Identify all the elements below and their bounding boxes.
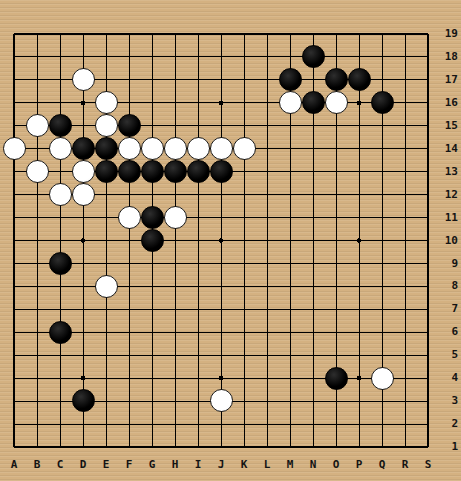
black-stone-J13[interactable] (210, 160, 233, 183)
column-label-P: P (349, 458, 369, 472)
white-stone-D12[interactable] (72, 183, 95, 206)
column-label-C: C (50, 458, 70, 472)
black-stone-F15[interactable] (118, 114, 141, 137)
row-label-11: 11 (436, 211, 458, 225)
column-label-G: G (142, 458, 162, 472)
white-stone-C14[interactable] (49, 137, 72, 160)
row-label-15: 15 (436, 119, 458, 133)
column-label-B: B (27, 458, 47, 472)
black-stone-G13[interactable] (141, 160, 164, 183)
go-board[interactable] (3, 23, 440, 459)
white-stone-D17[interactable] (72, 68, 95, 91)
column-label-F: F (119, 458, 139, 472)
white-stone-D13[interactable] (72, 160, 95, 183)
black-stone-F13[interactable] (118, 160, 141, 183)
row-label-6: 6 (436, 325, 458, 339)
row-label-4: 4 (436, 371, 458, 385)
row-label-2: 2 (436, 417, 458, 431)
column-label-A: A (4, 458, 24, 472)
go-board-app: ABCDEFGHIJKLMNOPQRS 19181716151413121110… (0, 0, 461, 481)
white-stone-B13[interactable] (26, 160, 49, 183)
white-stone-H14[interactable] (164, 137, 187, 160)
row-label-16: 16 (436, 96, 458, 110)
white-stone-O16[interactable] (325, 91, 348, 114)
row-label-17: 17 (436, 73, 458, 87)
black-stone-G11[interactable] (141, 206, 164, 229)
white-stone-J3[interactable] (210, 389, 233, 412)
white-stone-H11[interactable] (164, 206, 187, 229)
column-label-R: R (395, 458, 415, 472)
white-stone-J14[interactable] (210, 137, 233, 160)
black-stone-P17[interactable] (348, 68, 371, 91)
column-label-K: K (234, 458, 254, 472)
black-stone-Q16[interactable] (371, 91, 394, 114)
white-stone-C12[interactable] (49, 183, 72, 206)
row-label-19: 19 (436, 27, 458, 41)
column-label-Q: Q (372, 458, 392, 472)
column-label-O: O (326, 458, 346, 472)
black-stone-C9[interactable] (49, 252, 72, 275)
row-label-3: 3 (436, 394, 458, 408)
black-stone-M17[interactable] (279, 68, 302, 91)
white-stone-F11[interactable] (118, 206, 141, 229)
black-stone-N18[interactable] (302, 45, 325, 68)
black-stone-I13[interactable] (187, 160, 210, 183)
white-stone-G14[interactable] (141, 137, 164, 160)
white-stone-F14[interactable] (118, 137, 141, 160)
white-stone-I14[interactable] (187, 137, 210, 160)
black-stone-O17[interactable] (325, 68, 348, 91)
white-stone-E16[interactable] (95, 91, 118, 114)
column-label-I: I (188, 458, 208, 472)
column-label-J: J (211, 458, 231, 472)
black-stone-E13[interactable] (95, 160, 118, 183)
column-label-H: H (165, 458, 185, 472)
row-label-5: 5 (436, 348, 458, 362)
black-stone-O4[interactable] (325, 367, 348, 390)
row-label-13: 13 (436, 165, 458, 179)
row-label-18: 18 (436, 50, 458, 64)
column-label-E: E (96, 458, 116, 472)
column-label-D: D (73, 458, 93, 472)
row-label-12: 12 (436, 188, 458, 202)
white-stone-Q4[interactable] (371, 367, 394, 390)
row-label-14: 14 (436, 142, 458, 156)
row-label-7: 7 (436, 302, 458, 316)
black-stone-N16[interactable] (302, 91, 325, 114)
column-label-L: L (257, 458, 277, 472)
row-label-1: 1 (436, 440, 458, 454)
black-stone-G10[interactable] (141, 229, 164, 252)
white-stone-K14[interactable] (233, 137, 256, 160)
white-stone-E8[interactable] (95, 275, 118, 298)
black-stone-D14[interactable] (72, 137, 95, 160)
black-stone-E14[interactable] (95, 137, 118, 160)
white-stone-A14[interactable] (3, 137, 26, 160)
row-label-10: 10 (436, 234, 458, 248)
column-label-S: S (418, 458, 438, 472)
white-stone-E15[interactable] (95, 114, 118, 137)
black-stone-C15[interactable] (49, 114, 72, 137)
white-stone-M16[interactable] (279, 91, 302, 114)
black-stone-C6[interactable] (49, 321, 72, 344)
black-stone-D3[interactable] (72, 389, 95, 412)
row-label-8: 8 (436, 279, 458, 293)
row-label-9: 9 (436, 257, 458, 271)
black-stone-H13[interactable] (164, 160, 187, 183)
column-label-M: M (280, 458, 300, 472)
white-stone-B15[interactable] (26, 114, 49, 137)
column-label-N: N (303, 458, 323, 472)
